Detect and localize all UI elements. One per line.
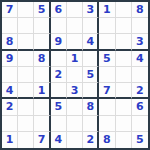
cell-r2c7-empty[interactable]	[99, 18, 115, 34]
cell-r1c1-given[interactable]: 7	[2, 2, 18, 18]
cell-r4c9-given[interactable]: 4	[132, 51, 148, 67]
cell-r5c2-empty[interactable]	[18, 67, 34, 83]
cell-r7c9-given[interactable]: 6	[132, 99, 148, 115]
cell-r9c1-given[interactable]: 1	[2, 132, 18, 148]
cell-r9c8-empty[interactable]	[116, 132, 132, 148]
cell-r5c3-empty[interactable]	[34, 67, 50, 83]
cell-r5c5-empty[interactable]	[67, 67, 83, 83]
cell-r6c1-given[interactable]: 4	[2, 83, 18, 99]
cell-r8c8-empty[interactable]	[116, 116, 132, 132]
cell-r8c1-empty[interactable]	[2, 116, 18, 132]
cell-r3c6-given[interactable]: 4	[83, 34, 99, 50]
cell-r6c3-given[interactable]: 1	[34, 83, 50, 99]
cell-r2c9-empty[interactable]	[132, 18, 148, 34]
cell-r4c3-given[interactable]: 8	[34, 51, 50, 67]
cell-r4c6-empty[interactable]	[83, 51, 99, 67]
cell-r3c8-empty[interactable]	[116, 34, 132, 50]
cell-r9c5-empty[interactable]	[67, 132, 83, 148]
cell-r9c2-empty[interactable]	[18, 132, 34, 148]
cell-r7c2-empty[interactable]	[18, 99, 34, 115]
cell-r3c5-empty[interactable]	[67, 34, 83, 50]
cell-r6c4-empty[interactable]	[51, 83, 67, 99]
cell-r8c9-empty[interactable]	[132, 116, 148, 132]
cell-r3c9-given[interactable]: 3	[132, 34, 148, 50]
cell-r8c5-empty[interactable]	[67, 116, 83, 132]
cell-r1c3-given[interactable]: 5	[34, 2, 50, 18]
cell-r7c1-given[interactable]: 2	[2, 99, 18, 115]
cell-r8c6-empty[interactable]	[83, 116, 99, 132]
cell-r3c3-empty[interactable]	[34, 34, 50, 50]
cell-r9c6-given[interactable]: 2	[83, 132, 99, 148]
cell-r1c6-given[interactable]: 3	[83, 2, 99, 18]
cell-r5c6-given[interactable]: 5	[83, 67, 99, 83]
cell-r8c4-empty[interactable]	[51, 116, 67, 132]
cell-r7c5-empty[interactable]	[67, 99, 83, 115]
cell-r5c1-empty[interactable]	[2, 67, 18, 83]
cell-r9c3-given[interactable]: 7	[34, 132, 50, 148]
cell-r8c3-empty[interactable]	[34, 116, 50, 132]
cell-r4c2-empty[interactable]	[18, 51, 34, 67]
cell-r7c3-empty[interactable]	[34, 99, 50, 115]
cell-r4c4-empty[interactable]	[51, 51, 67, 67]
cell-r4c8-empty[interactable]	[116, 51, 132, 67]
cell-r4c5-given[interactable]: 1	[67, 51, 83, 67]
cell-r1c5-empty[interactable]	[67, 2, 83, 18]
cell-r7c8-empty[interactable]	[116, 99, 132, 115]
cell-r1c9-given[interactable]: 8	[132, 2, 148, 18]
cell-r3c2-empty[interactable]	[18, 34, 34, 50]
cell-r2c2-empty[interactable]	[18, 18, 34, 34]
cell-r9c4-given[interactable]: 4	[51, 132, 67, 148]
cell-r3c1-given[interactable]: 8	[2, 34, 18, 50]
cell-r1c2-empty[interactable]	[18, 2, 34, 18]
cell-r1c4-given[interactable]: 6	[51, 2, 67, 18]
cell-r3c4-given[interactable]: 9	[51, 34, 67, 50]
cell-r9c7-given[interactable]: 8	[99, 132, 115, 148]
cell-r1c7-given[interactable]: 1	[99, 2, 115, 18]
cell-r4c7-given[interactable]: 5	[99, 51, 115, 67]
cell-r5c7-empty[interactable]	[99, 67, 115, 83]
cell-r6c7-given[interactable]: 7	[99, 83, 115, 99]
cell-r6c8-empty[interactable]	[116, 83, 132, 99]
cell-r6c6-empty[interactable]	[83, 83, 99, 99]
cell-r4c1-given[interactable]: 9	[2, 51, 18, 67]
cell-r9c9-given[interactable]: 5	[132, 132, 148, 148]
cell-r2c6-empty[interactable]	[83, 18, 99, 34]
cell-r5c4-given[interactable]: 2	[51, 67, 67, 83]
cell-r2c3-empty[interactable]	[34, 18, 50, 34]
cell-r8c2-empty[interactable]	[18, 116, 34, 132]
sudoku-board: 75631889439815425413722586174285	[0, 0, 150, 150]
cell-r3c7-empty[interactable]	[99, 34, 115, 50]
cell-r8c7-empty[interactable]	[99, 116, 115, 132]
cell-r2c4-empty[interactable]	[51, 18, 67, 34]
cell-r6c9-given[interactable]: 2	[132, 83, 148, 99]
cell-r2c8-empty[interactable]	[116, 18, 132, 34]
cell-r2c1-empty[interactable]	[2, 18, 18, 34]
cell-r6c2-empty[interactable]	[18, 83, 34, 99]
cell-r7c4-given[interactable]: 5	[51, 99, 67, 115]
cell-r2c5-empty[interactable]	[67, 18, 83, 34]
cell-r7c6-given[interactable]: 8	[83, 99, 99, 115]
cell-r5c8-empty[interactable]	[116, 67, 132, 83]
cell-r5c9-empty[interactable]	[132, 67, 148, 83]
cell-r1c8-empty[interactable]	[116, 2, 132, 18]
cell-r7c7-empty[interactable]	[99, 99, 115, 115]
cell-r6c5-given[interactable]: 3	[67, 83, 83, 99]
